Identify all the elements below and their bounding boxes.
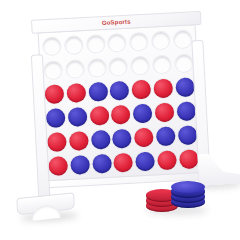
board-cell[interactable]: [107, 55, 130, 80]
board-cell[interactable]: [41, 34, 64, 59]
board-cell[interactable]: [129, 53, 152, 78]
red-disc: [45, 84, 65, 104]
empty-hole: [42, 37, 62, 57]
blue-disc: [70, 154, 90, 174]
board-cell[interactable]: [149, 28, 172, 53]
blue-disc: [68, 107, 88, 127]
blue-disc: [112, 128, 132, 148]
blue-disc: [135, 151, 155, 171]
red-disc: [69, 131, 89, 151]
board-cell[interactable]: [87, 79, 110, 104]
product-photo: GoSports: [0, 0, 240, 240]
red-disc: [111, 105, 131, 125]
board-cell[interactable]: [65, 81, 88, 106]
empty-hole: [87, 58, 107, 78]
board-cell[interactable]: [110, 102, 133, 127]
board-cell[interactable]: [108, 78, 131, 103]
board-cell[interactable]: [47, 153, 70, 178]
blue-disc: [156, 126, 176, 146]
red-disc: [154, 102, 174, 122]
board-cell[interactable]: [43, 82, 66, 107]
board-cell[interactable]: [88, 103, 111, 128]
empty-hole: [65, 59, 85, 79]
board-cell[interactable]: [67, 128, 90, 153]
board-cell[interactable]: [64, 57, 87, 82]
board-cell[interactable]: [171, 27, 194, 52]
board-cell[interactable]: [152, 76, 175, 101]
blue-disc: [175, 77, 195, 97]
empty-hole: [109, 57, 129, 77]
board-cell[interactable]: [84, 32, 107, 57]
blue-disc: [110, 81, 130, 101]
blue-disc: [88, 82, 108, 102]
red-disc: [157, 150, 177, 170]
blue-disc: [92, 153, 112, 173]
board-cell[interactable]: [134, 149, 157, 174]
red-disc: [114, 152, 134, 172]
blue-disc: [91, 130, 111, 150]
red-disc: [134, 127, 154, 147]
board-cell[interactable]: [85, 56, 108, 81]
red-disc: [132, 80, 152, 100]
blue-disc: [46, 108, 66, 128]
board-cell[interactable]: [62, 33, 85, 58]
board-cell[interactable]: [112, 150, 135, 175]
board-cell[interactable]: [153, 100, 176, 125]
board-cell[interactable]: [106, 31, 129, 56]
empty-hole: [152, 55, 172, 75]
board-grid: [38, 24, 204, 181]
red-disc: [47, 132, 67, 152]
board-cell[interactable]: [150, 52, 173, 77]
spare-blue-disc-stack[interactable]: [171, 181, 205, 210]
board-cell[interactable]: [45, 106, 68, 131]
empty-hole: [64, 35, 84, 55]
brand-logo: GoSports: [102, 19, 131, 27]
spare-disc-top-face: [171, 181, 205, 193]
empty-hole: [130, 56, 150, 76]
blue-disc: [176, 101, 196, 121]
red-disc: [153, 79, 173, 99]
empty-hole: [174, 54, 194, 74]
board-cell[interactable]: [111, 126, 134, 151]
board-cell[interactable]: [90, 151, 113, 176]
red-disc: [89, 106, 109, 126]
empty-hole: [172, 30, 192, 50]
board-cell[interactable]: [133, 125, 156, 150]
blue-disc: [133, 103, 153, 123]
board-cell[interactable]: [89, 127, 112, 152]
board-cell[interactable]: [66, 104, 89, 129]
board-cell[interactable]: [131, 101, 154, 126]
left-foot: [16, 192, 75, 215]
empty-hole: [107, 33, 127, 53]
board-cell[interactable]: [46, 129, 69, 154]
empty-hole: [86, 34, 106, 54]
red-disc: [179, 149, 199, 169]
red-disc: [49, 156, 69, 176]
board-cell[interactable]: [154, 124, 177, 149]
empty-hole: [151, 31, 171, 51]
empty-hole: [129, 32, 149, 52]
empty-hole: [44, 60, 64, 80]
board-cell[interactable]: [69, 152, 92, 177]
blue-disc: [177, 125, 197, 145]
board-cell[interactable]: [155, 147, 178, 172]
board-cell[interactable]: [42, 58, 65, 83]
red-disc: [66, 83, 86, 103]
board-cell[interactable]: [130, 77, 153, 102]
board-cell[interactable]: [128, 30, 151, 55]
